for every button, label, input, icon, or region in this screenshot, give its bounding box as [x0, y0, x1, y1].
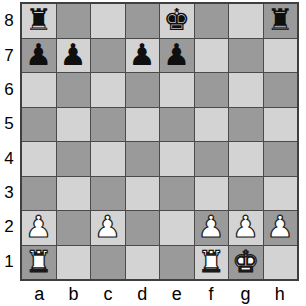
- piece-black-pawn: ♟: [60, 38, 87, 72]
- square-f3[interactable]: [195, 177, 229, 211]
- square-b6[interactable]: [57, 73, 91, 107]
- file-label-d: d: [125, 282, 159, 306]
- square-e6[interactable]: [160, 73, 194, 107]
- rank-label-3: 3: [0, 176, 18, 210]
- square-a4[interactable]: [22, 142, 56, 176]
- square-h2[interactable]: ♟: [264, 211, 298, 245]
- square-f2[interactable]: ♟: [195, 211, 229, 245]
- square-g3[interactable]: [229, 177, 263, 211]
- piece-black-rook: ♜: [267, 3, 294, 37]
- piece-white-pawn: ♟: [94, 210, 121, 244]
- square-f6[interactable]: [195, 73, 229, 107]
- square-d7[interactable]: ♟: [126, 39, 160, 73]
- square-e8[interactable]: ♚: [160, 4, 194, 38]
- piece-black-pawn: ♟: [129, 38, 156, 72]
- piece-white-king: ♚: [232, 245, 259, 279]
- piece-white-pawn: ♟: [267, 210, 294, 244]
- square-g8[interactable]: [229, 4, 263, 38]
- rank-label-4: 4: [0, 142, 18, 176]
- square-a5[interactable]: [22, 108, 56, 142]
- square-c1[interactable]: [91, 246, 125, 280]
- square-d8[interactable]: [126, 4, 160, 38]
- rank-label-7: 7: [0, 38, 18, 72]
- chess-board-screenshot: 87654321 ♜♚♜♟♟♟♟♟♟♟♟♟♜♜♚ abcdefgh: [0, 0, 306, 306]
- square-a6[interactable]: [22, 73, 56, 107]
- square-e3[interactable]: [160, 177, 194, 211]
- file-label-g: g: [228, 282, 262, 306]
- square-f4[interactable]: [195, 142, 229, 176]
- file-label-e: e: [160, 282, 194, 306]
- square-e5[interactable]: [160, 108, 194, 142]
- rank-label-6: 6: [0, 73, 18, 107]
- square-h6[interactable]: [264, 73, 298, 107]
- piece-black-pawn: ♟: [25, 38, 52, 72]
- piece-black-rook: ♜: [25, 3, 52, 37]
- square-d3[interactable]: [126, 177, 160, 211]
- square-a2[interactable]: ♟: [22, 211, 56, 245]
- file-label-b: b: [56, 282, 90, 306]
- square-g2[interactable]: ♟: [229, 211, 263, 245]
- square-e7[interactable]: ♟: [160, 39, 194, 73]
- square-f5[interactable]: [195, 108, 229, 142]
- piece-white-pawn: ♟: [25, 210, 52, 244]
- square-c5[interactable]: [91, 108, 125, 142]
- square-a1[interactable]: ♜: [22, 246, 56, 280]
- piece-white-rook: ♜: [25, 245, 52, 279]
- square-h1[interactable]: [264, 246, 298, 280]
- rank-label-2: 2: [0, 210, 18, 244]
- square-a8[interactable]: ♜: [22, 4, 56, 38]
- file-label-a: a: [22, 282, 56, 306]
- square-c2[interactable]: ♟: [91, 211, 125, 245]
- chess-board: ♜♚♜♟♟♟♟♟♟♟♟♟♜♜♚: [20, 2, 299, 281]
- square-b4[interactable]: [57, 142, 91, 176]
- square-g5[interactable]: [229, 108, 263, 142]
- square-h7[interactable]: [264, 39, 298, 73]
- square-g6[interactable]: [229, 73, 263, 107]
- square-f1[interactable]: ♜: [195, 246, 229, 280]
- square-h4[interactable]: [264, 142, 298, 176]
- square-d2[interactable]: [126, 211, 160, 245]
- square-c7[interactable]: [91, 39, 125, 73]
- square-b1[interactable]: [57, 246, 91, 280]
- square-h5[interactable]: [264, 108, 298, 142]
- piece-white-pawn: ♟: [198, 210, 225, 244]
- square-d4[interactable]: [126, 142, 160, 176]
- square-c8[interactable]: [91, 4, 125, 38]
- square-h3[interactable]: [264, 177, 298, 211]
- square-f7[interactable]: [195, 39, 229, 73]
- square-c4[interactable]: [91, 142, 125, 176]
- piece-black-pawn: ♟: [163, 38, 190, 72]
- rank-label-5: 5: [0, 107, 18, 141]
- square-h8[interactable]: ♜: [264, 4, 298, 38]
- file-labels: abcdefgh: [22, 282, 297, 306]
- file-label-c: c: [91, 282, 125, 306]
- square-d5[interactable]: [126, 108, 160, 142]
- square-b8[interactable]: [57, 4, 91, 38]
- file-label-h: h: [263, 282, 297, 306]
- piece-black-king: ♚: [163, 3, 190, 37]
- square-g7[interactable]: [229, 39, 263, 73]
- square-g4[interactable]: [229, 142, 263, 176]
- square-b5[interactable]: [57, 108, 91, 142]
- square-b7[interactable]: ♟: [57, 39, 91, 73]
- square-e2[interactable]: [160, 211, 194, 245]
- rank-label-1: 1: [0, 245, 18, 279]
- file-label-f: f: [194, 282, 228, 306]
- square-c3[interactable]: [91, 177, 125, 211]
- square-e1[interactable]: [160, 246, 194, 280]
- square-c6[interactable]: [91, 73, 125, 107]
- square-f8[interactable]: [195, 4, 229, 38]
- piece-white-pawn: ♟: [232, 210, 259, 244]
- square-b3[interactable]: [57, 177, 91, 211]
- square-a7[interactable]: ♟: [22, 39, 56, 73]
- square-d6[interactable]: [126, 73, 160, 107]
- piece-white-rook: ♜: [198, 245, 225, 279]
- square-g1[interactable]: ♚: [229, 246, 263, 280]
- rank-labels: 87654321: [0, 4, 18, 279]
- square-d1[interactable]: [126, 246, 160, 280]
- square-b2[interactable]: [57, 211, 91, 245]
- square-a3[interactable]: [22, 177, 56, 211]
- rank-label-8: 8: [0, 4, 18, 38]
- square-e4[interactable]: [160, 142, 194, 176]
